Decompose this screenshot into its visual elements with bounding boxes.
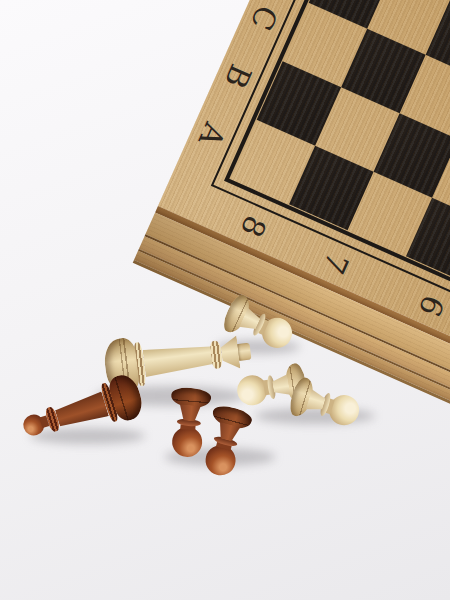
- white-pawn-bottom-right-piece: [284, 374, 365, 433]
- product-photo-scene: C B A 8 7 6: [0, 0, 450, 600]
